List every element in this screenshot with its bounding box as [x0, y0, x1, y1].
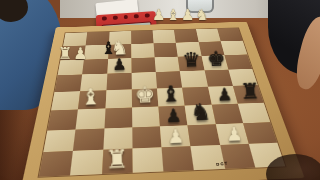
board-cell-r7c4[interactable]	[132, 126, 162, 149]
board-cell-r8c4[interactable]	[132, 148, 163, 173]
board-cell-r7c5[interactable]: ♟	[160, 125, 191, 148]
board-cell-r3c3[interactable]: ♟	[107, 58, 131, 74]
board-cell-r2c7[interactable]	[198, 41, 224, 55]
board-cell-r4c8[interactable]	[228, 69, 257, 86]
board-cell-r3c8[interactable]	[224, 54, 252, 70]
black-bishop-captured: ♝	[101, 40, 116, 57]
board-cell-r3c6[interactable]: ♛	[178, 56, 204, 72]
board-cell-r8c2[interactable]	[70, 150, 103, 175]
board-cell-r4c2[interactable]	[80, 74, 107, 91]
black-pawn: ♟	[211, 86, 238, 104]
captured-pieces-left-rim: ♜♟	[58, 46, 88, 62]
board-cell-r6c2[interactable]	[76, 108, 105, 129]
board-cell-r5c4[interactable]: ♚	[132, 89, 159, 108]
photo-scene: 1:01 1:07 ♞♟♛♚♝♚♝♟♜♟♞♟♟♜ ♜♟ ♝ ♟♝♟♞ DGT	[0, 0, 320, 180]
black-knight: ♞	[187, 100, 216, 124]
board-cell-r6c3[interactable]	[104, 107, 132, 128]
board-cell-r8c1[interactable]	[39, 151, 73, 177]
board-cell-r4c5[interactable]	[156, 71, 183, 88]
board-cell-r6c1[interactable]	[47, 109, 78, 130]
board-cell-r7c6[interactable]	[188, 124, 220, 147]
black-pawn: ♟	[106, 57, 131, 73]
white-bishop-captured: ♝	[166, 8, 179, 23]
board-cell-r1c8[interactable]	[217, 28, 243, 41]
board-cell-r1c6[interactable]	[174, 29, 198, 42]
white-pawn: ♟	[161, 127, 191, 147]
board-cell-r8c5[interactable]	[162, 146, 195, 171]
board-cell-r5c3[interactable]	[105, 89, 132, 108]
white-pawn-captured: ♟	[152, 8, 165, 23]
black-pawn: ♟	[159, 106, 188, 125]
board-cell-r8c3[interactable]: ♜	[101, 149, 132, 174]
board-cell-r4c3[interactable]	[106, 73, 132, 90]
board-cell-r7c3[interactable]	[103, 127, 132, 150]
board-cell-r6c6[interactable]: ♞	[185, 104, 215, 124]
board-cell-r2c4[interactable]	[131, 43, 155, 58]
board-cell-r2c5[interactable]	[154, 43, 178, 58]
board-cell-r2c6[interactable]	[176, 42, 201, 56]
board-cell-r5c1[interactable]	[51, 91, 80, 110]
white-knight-captured: ♞	[195, 8, 208, 23]
white-rook: ♜	[101, 146, 133, 173]
board-cell-r7c8[interactable]	[243, 122, 278, 144]
board-cell-r5c7[interactable]: ♟	[208, 86, 238, 105]
captured-piece-near-clock: ♝	[101, 40, 116, 57]
board-cell-r4c4[interactable]	[131, 72, 157, 89]
board-cell-r4c6[interactable]	[180, 71, 208, 88]
board-cell-r3c5[interactable]	[155, 56, 180, 72]
white-pawn-captured: ♟	[181, 8, 194, 23]
board-cell-r3c4[interactable]	[131, 57, 156, 73]
white-rook-captured: ♜	[58, 46, 72, 62]
board-cell-r5c2[interactable]: ♝	[78, 90, 106, 109]
board-cell-r1c5[interactable]	[153, 30, 176, 43]
board-cell-r6c8[interactable]	[237, 103, 270, 123]
clock-buttons	[102, 13, 150, 21]
board-cell-r5c8[interactable]: ♜	[233, 85, 264, 103]
board-cell-r1c4[interactable]	[131, 30, 154, 44]
board-cell-r7c2[interactable]	[73, 128, 104, 151]
board-cell-r7c1[interactable]	[43, 129, 75, 152]
captured-pieces-behind-clock: ♟♝♟♞	[152, 8, 209, 23]
board-cell-r6c4[interactable]	[132, 106, 160, 127]
board-cell-r4c1[interactable]	[55, 75, 83, 92]
board-cell-r2c8[interactable]	[220, 41, 247, 55]
board-cell-r5c6[interactable]	[182, 87, 211, 106]
board-cell-r5c5[interactable]: ♝	[157, 88, 185, 107]
white-pawn-captured: ♟	[73, 46, 87, 62]
board-cell-r6c5[interactable]: ♟	[158, 105, 187, 126]
